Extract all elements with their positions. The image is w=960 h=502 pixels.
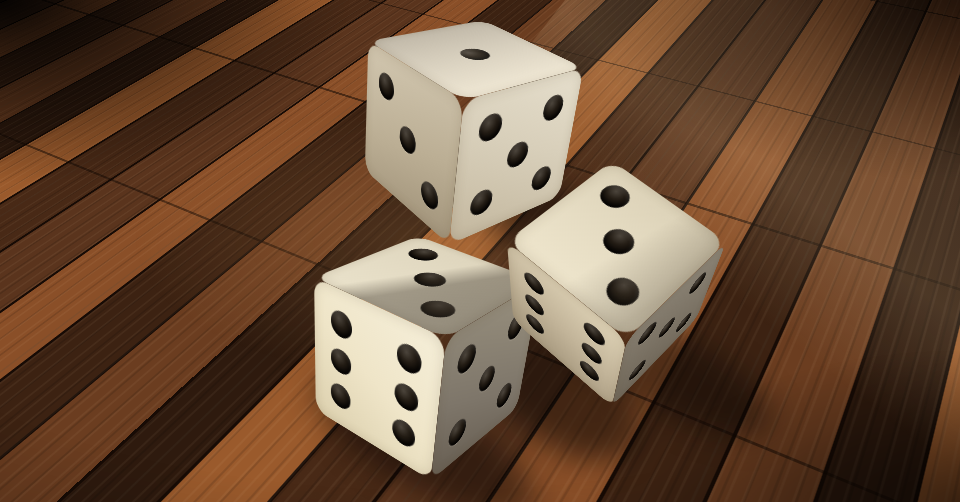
die-pip	[657, 313, 677, 342]
die-pip	[530, 164, 552, 193]
die-pip	[392, 415, 416, 451]
die-pip	[396, 339, 422, 377]
die-pip	[399, 122, 416, 158]
die-pip	[408, 270, 453, 290]
die-pip	[600, 272, 646, 311]
die-pip	[478, 111, 504, 144]
die-pip	[477, 361, 496, 396]
die-pip	[454, 47, 497, 62]
die-pip	[331, 307, 352, 343]
die-pip	[379, 69, 395, 104]
die-pip	[403, 247, 444, 264]
die-1-cube	[404, 42, 530, 204]
die-pip	[456, 340, 477, 378]
die-pip	[469, 186, 493, 218]
die-pip	[506, 139, 530, 170]
die-pip	[542, 93, 565, 124]
die-3-cube	[560, 199, 680, 361]
dice-photo-scene	[0, 0, 960, 502]
die-3	[531, 203, 693, 365]
die-pip	[420, 177, 438, 214]
die-pip	[597, 224, 640, 259]
die-pip	[394, 379, 419, 416]
die-pip	[594, 181, 635, 213]
die-2-cube	[366, 255, 498, 441]
die-1	[388, 42, 548, 202]
die-pip	[413, 297, 462, 320]
die-pip	[447, 414, 467, 450]
die-2	[342, 266, 507, 431]
die-pip	[331, 344, 351, 379]
die-pip	[331, 380, 351, 413]
die-pip	[495, 379, 513, 412]
